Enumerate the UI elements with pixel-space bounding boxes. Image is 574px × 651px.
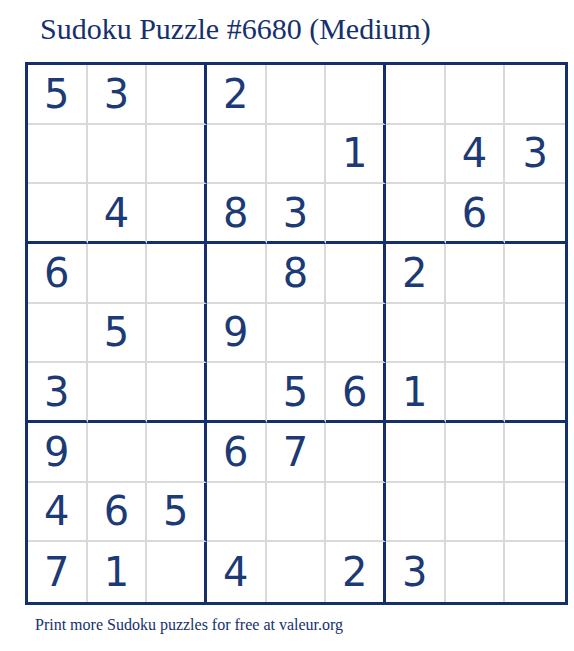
cell-r2c2: [88, 125, 148, 185]
cell-r3c8: 6: [446, 184, 506, 244]
cell-r6c4: [207, 363, 267, 423]
cell-r7c7: [386, 423, 446, 483]
cell-r9c1: 7: [28, 542, 88, 602]
cell-r9c4: 4: [207, 542, 267, 602]
cell-r2c1: [28, 125, 88, 185]
cell-r7c3: [147, 423, 207, 483]
cell-r6c9: [505, 363, 565, 423]
cell-r4c5: 8: [267, 244, 327, 304]
cell-r1c1: 5: [28, 65, 88, 125]
cell-r4c7: 2: [386, 244, 446, 304]
cell-r2c4: [207, 125, 267, 185]
cell-r1c3: [147, 65, 207, 125]
cell-r9c6: 2: [326, 542, 386, 602]
cell-r9c2: 1: [88, 542, 148, 602]
cell-r4c3: [147, 244, 207, 304]
cell-r8c2: 6: [88, 483, 148, 543]
cell-r3c5: 3: [267, 184, 327, 244]
cell-r8c4: [207, 483, 267, 543]
cell-r6c8: [446, 363, 506, 423]
cell-r3c2: 4: [88, 184, 148, 244]
cell-r2c8: 4: [446, 125, 506, 185]
cell-r6c2: [88, 363, 148, 423]
cell-r7c2: [88, 423, 148, 483]
cell-r7c6: [326, 423, 386, 483]
footer-text: Print more Sudoku puzzles for free at va…: [35, 616, 343, 634]
cell-r2c7: [386, 125, 446, 185]
cell-r6c3: [147, 363, 207, 423]
cell-r8c8: [446, 483, 506, 543]
cell-r5c4: 9: [207, 304, 267, 364]
cell-r8c5: [267, 483, 327, 543]
cell-r3c7: [386, 184, 446, 244]
cell-r5c6: [326, 304, 386, 364]
cell-r8c7: [386, 483, 446, 543]
cell-r3c6: [326, 184, 386, 244]
cell-r7c1: 9: [28, 423, 88, 483]
cell-r1c6: [326, 65, 386, 125]
cell-r6c1: 3: [28, 363, 88, 423]
cell-r8c9: [505, 483, 565, 543]
cell-r8c3: 5: [147, 483, 207, 543]
cell-r1c7: [386, 65, 446, 125]
cell-r2c3: [147, 125, 207, 185]
cell-r5c3: [147, 304, 207, 364]
cell-r7c8: [446, 423, 506, 483]
sudoku-page: Sudoku Puzzle #6680 (Medium) 53214348366…: [0, 0, 574, 651]
cell-r3c1: [28, 184, 88, 244]
cell-r5c2: 5: [88, 304, 148, 364]
cell-r9c8: [446, 542, 506, 602]
cell-r7c9: [505, 423, 565, 483]
cell-r3c9: [505, 184, 565, 244]
cell-r6c7: 1: [386, 363, 446, 423]
cell-r4c9: [505, 244, 565, 304]
cell-r4c4: [207, 244, 267, 304]
cell-r4c2: [88, 244, 148, 304]
cell-r2c6: 1: [326, 125, 386, 185]
cell-r9c7: 3: [386, 542, 446, 602]
cell-r5c8: [446, 304, 506, 364]
cell-r5c7: [386, 304, 446, 364]
cell-r4c8: [446, 244, 506, 304]
cell-r9c9: [505, 542, 565, 602]
cell-r8c1: 4: [28, 483, 88, 543]
cell-r3c4: 8: [207, 184, 267, 244]
cell-r5c5: [267, 304, 327, 364]
cell-r1c4: 2: [207, 65, 267, 125]
cell-r7c4: 6: [207, 423, 267, 483]
cell-r2c5: [267, 125, 327, 185]
cell-r1c2: 3: [88, 65, 148, 125]
cell-r9c3: [147, 542, 207, 602]
cell-r2c9: 3: [505, 125, 565, 185]
cell-r3c3: [147, 184, 207, 244]
cell-r5c1: [28, 304, 88, 364]
cell-r1c8: [446, 65, 506, 125]
cell-r1c5: [267, 65, 327, 125]
cell-r6c5: 5: [267, 363, 327, 423]
cell-r4c1: 6: [28, 244, 88, 304]
page-title: Sudoku Puzzle #6680 (Medium): [40, 12, 431, 46]
cell-r8c6: [326, 483, 386, 543]
cell-r1c9: [505, 65, 565, 125]
cell-r7c5: 7: [267, 423, 327, 483]
cell-r9c5: [267, 542, 327, 602]
cell-r4c6: [326, 244, 386, 304]
cell-r6c6: 6: [326, 363, 386, 423]
cell-r5c9: [505, 304, 565, 364]
sudoku-grid: 532143483668259356196746571423: [25, 62, 568, 605]
